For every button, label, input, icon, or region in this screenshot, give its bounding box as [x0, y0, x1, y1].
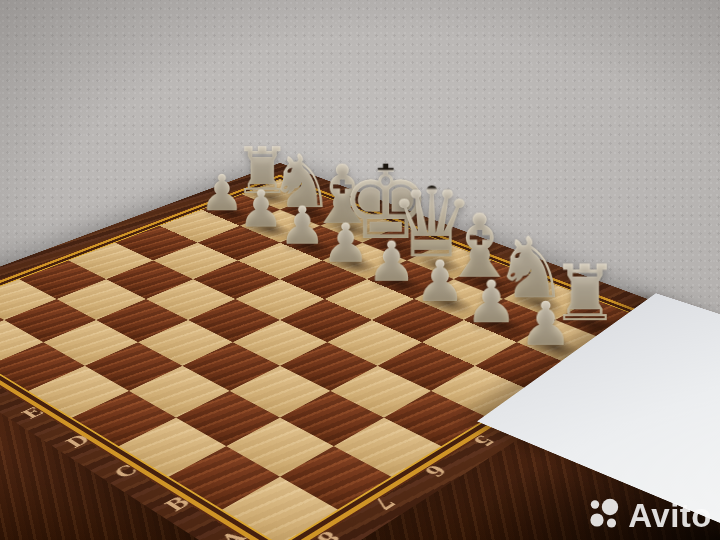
- piece-white-pawn-f2: ♟: [279, 201, 326, 251]
- square-f5: [146, 279, 235, 320]
- watermark-text: Avito: [628, 499, 712, 532]
- avito-dots-icon: [588, 498, 622, 532]
- piece-white-pawn-a2: ♟: [518, 296, 572, 354]
- piece-white-pawn-d2: ♟: [366, 236, 416, 289]
- avito-watermark: Avito: [588, 498, 712, 532]
- square-d6: [182, 342, 280, 391]
- square-e4: [235, 279, 324, 320]
- piece-white-pawn-e2: ♟: [321, 218, 369, 269]
- listing-photo-chess-set: ♜♞♝♚♛♝♞♜♟♟♟♟♟♟♟♟ HGFEDCBA 12345678 Avito: [0, 0, 720, 540]
- square-a4: [431, 366, 532, 418]
- piece-white-pawn-c2: ♟: [414, 254, 465, 308]
- piece-white-pawn-b2: ♟: [465, 274, 518, 330]
- piece-white-pawn-g2: ♟: [238, 185, 284, 234]
